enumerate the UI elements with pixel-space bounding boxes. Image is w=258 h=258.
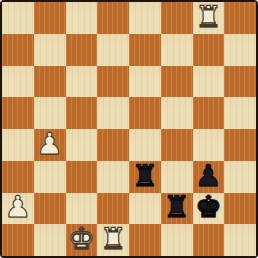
square-a2[interactable]: ♟ <box>2 193 34 225</box>
square-b7[interactable] <box>34 34 66 66</box>
square-d4[interactable] <box>97 129 129 161</box>
square-c6[interactable] <box>66 66 98 98</box>
square-c1[interactable]: ♚ <box>66 224 98 256</box>
square-a7[interactable] <box>2 34 34 66</box>
chess-board: ♜♟♜♟♟♜♚♚♜ <box>0 0 258 258</box>
square-e1[interactable] <box>129 224 161 256</box>
square-d7[interactable] <box>97 34 129 66</box>
square-e4[interactable] <box>129 129 161 161</box>
square-h8[interactable] <box>224 2 256 34</box>
square-c4[interactable] <box>66 129 98 161</box>
square-g7[interactable] <box>193 34 225 66</box>
square-c7[interactable] <box>66 34 98 66</box>
square-f4[interactable] <box>161 129 193 161</box>
white-pawn[interactable]: ♟ <box>36 129 63 159</box>
square-f6[interactable] <box>161 66 193 98</box>
square-c2[interactable] <box>66 193 98 225</box>
square-a1[interactable] <box>2 224 34 256</box>
square-d2[interactable] <box>97 193 129 225</box>
square-h1[interactable] <box>224 224 256 256</box>
square-d6[interactable] <box>97 66 129 98</box>
square-b5[interactable] <box>34 97 66 129</box>
square-d1[interactable]: ♜ <box>97 224 129 256</box>
square-f8[interactable] <box>161 2 193 34</box>
square-f1[interactable] <box>161 224 193 256</box>
square-d8[interactable] <box>97 2 129 34</box>
square-e2[interactable] <box>129 193 161 225</box>
square-b2[interactable] <box>34 193 66 225</box>
square-d5[interactable] <box>97 97 129 129</box>
square-a5[interactable] <box>2 97 34 129</box>
square-g2[interactable]: ♚ <box>193 193 225 225</box>
square-g6[interactable] <box>193 66 225 98</box>
square-h4[interactable] <box>224 129 256 161</box>
white-king[interactable]: ♚ <box>68 224 95 254</box>
square-c8[interactable] <box>66 2 98 34</box>
square-h2[interactable] <box>224 193 256 225</box>
square-e3[interactable]: ♜ <box>129 161 161 193</box>
white-rook[interactable]: ♜ <box>195 2 222 32</box>
square-e6[interactable] <box>129 66 161 98</box>
board-grid: ♜♟♜♟♟♜♚♚♜ <box>2 2 256 256</box>
square-g3[interactable]: ♟ <box>193 161 225 193</box>
white-pawn[interactable]: ♟ <box>4 192 31 222</box>
square-b3[interactable] <box>34 161 66 193</box>
square-b6[interactable] <box>34 66 66 98</box>
square-d3[interactable] <box>97 161 129 193</box>
square-a4[interactable] <box>2 129 34 161</box>
square-a6[interactable] <box>2 66 34 98</box>
square-f3[interactable] <box>161 161 193 193</box>
square-b1[interactable] <box>34 224 66 256</box>
black-rook[interactable]: ♜ <box>163 192 190 222</box>
square-f7[interactable] <box>161 34 193 66</box>
square-c5[interactable] <box>66 97 98 129</box>
white-rook[interactable]: ♜ <box>100 224 127 254</box>
square-g8[interactable]: ♜ <box>193 2 225 34</box>
square-b4[interactable]: ♟ <box>34 129 66 161</box>
square-h6[interactable] <box>224 66 256 98</box>
black-king[interactable]: ♚ <box>195 192 222 222</box>
square-h3[interactable] <box>224 161 256 193</box>
square-f5[interactable] <box>161 97 193 129</box>
square-h5[interactable] <box>224 97 256 129</box>
square-g4[interactable] <box>193 129 225 161</box>
square-g5[interactable] <box>193 97 225 129</box>
square-a8[interactable] <box>2 2 34 34</box>
square-c3[interactable] <box>66 161 98 193</box>
square-h7[interactable] <box>224 34 256 66</box>
square-b8[interactable] <box>34 2 66 34</box>
square-e5[interactable] <box>129 97 161 129</box>
square-a3[interactable] <box>2 161 34 193</box>
square-g1[interactable] <box>193 224 225 256</box>
square-e8[interactable] <box>129 2 161 34</box>
square-e7[interactable] <box>129 34 161 66</box>
black-rook[interactable]: ♜ <box>131 161 158 191</box>
square-f2[interactable]: ♜ <box>161 193 193 225</box>
black-pawn[interactable]: ♟ <box>195 161 222 191</box>
